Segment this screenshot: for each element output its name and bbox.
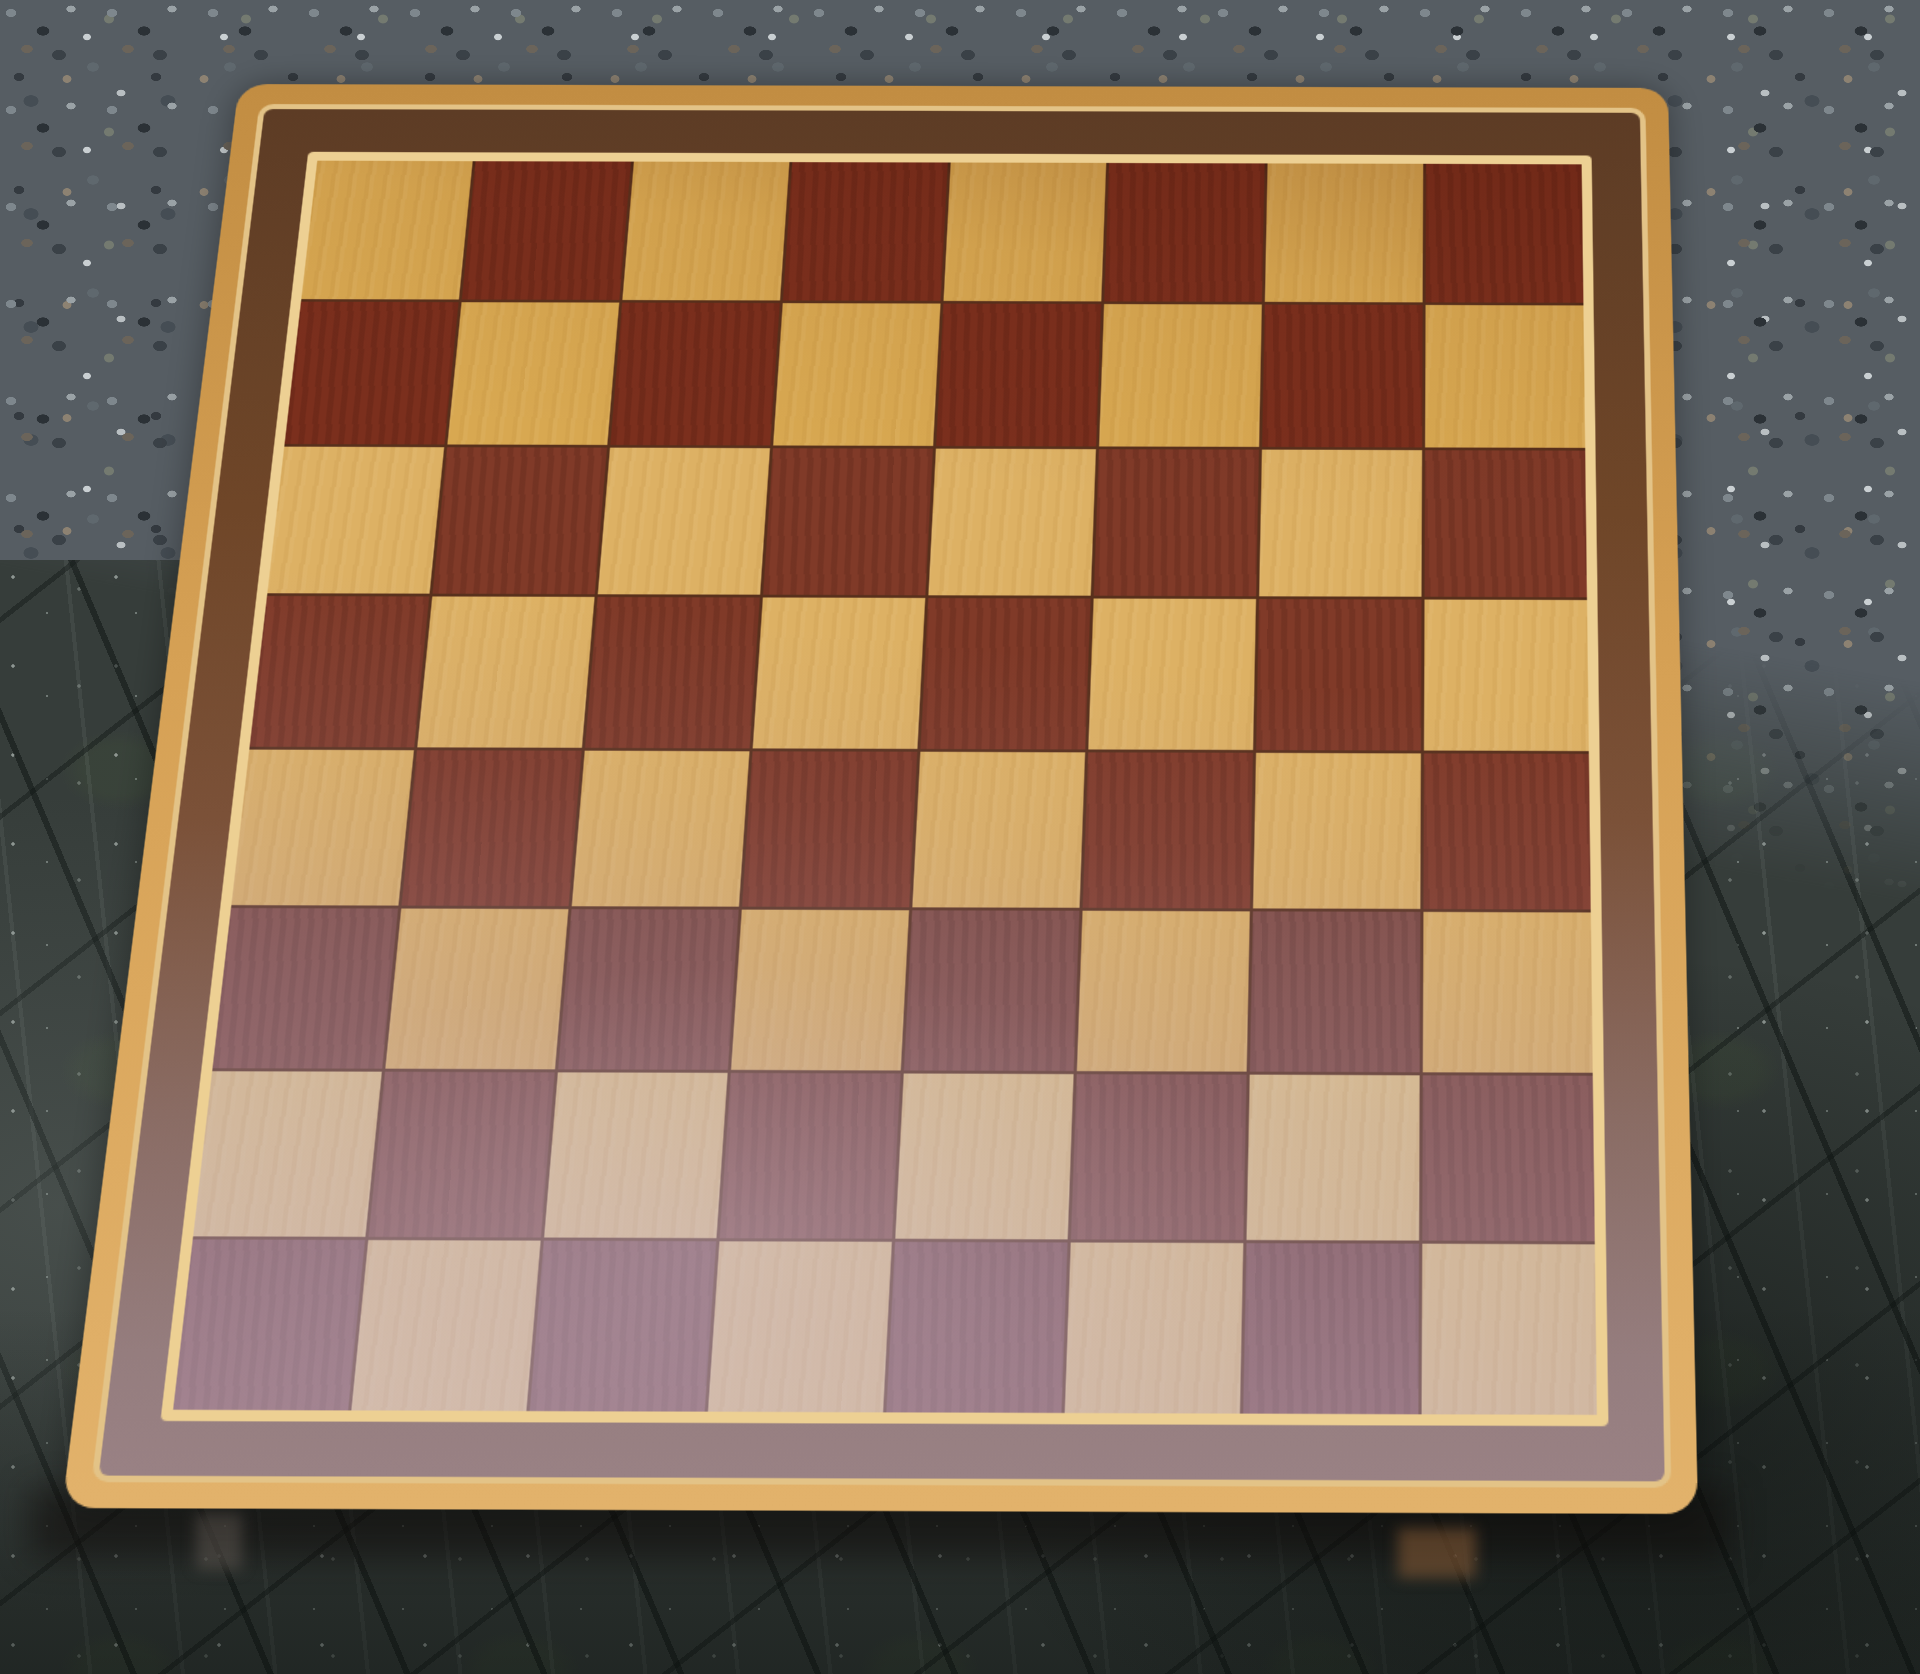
square-f6[interactable] xyxy=(1094,449,1259,596)
square-f3[interactable] xyxy=(1077,911,1250,1072)
photo-scene xyxy=(0,0,1920,1674)
square-g3[interactable] xyxy=(1250,911,1420,1072)
square-d3[interactable] xyxy=(731,910,909,1071)
square-f5[interactable] xyxy=(1088,599,1256,751)
square-d6[interactable] xyxy=(763,448,933,595)
square-c4[interactable] xyxy=(572,751,750,907)
square-b8[interactable] xyxy=(462,161,631,300)
square-a8[interactable] xyxy=(301,161,472,300)
table-leg-right xyxy=(1398,1528,1476,1578)
square-g7[interactable] xyxy=(1262,304,1423,447)
board-field xyxy=(173,161,1597,1415)
chess-table-top xyxy=(62,84,1698,1514)
square-b1[interactable] xyxy=(351,1240,540,1411)
walnut-frame-band xyxy=(99,109,1665,1481)
square-f2[interactable] xyxy=(1071,1074,1247,1240)
square-b3[interactable] xyxy=(385,909,568,1070)
square-h7[interactable] xyxy=(1425,305,1585,448)
square-c6[interactable] xyxy=(598,448,770,595)
square-e8[interactable] xyxy=(944,163,1107,302)
square-a2[interactable] xyxy=(193,1071,382,1237)
square-g1[interactable] xyxy=(1243,1243,1419,1414)
square-h2[interactable] xyxy=(1422,1075,1595,1241)
square-h8[interactable] xyxy=(1426,164,1584,303)
square-c5[interactable] xyxy=(585,597,760,748)
square-d5[interactable] xyxy=(753,597,926,748)
square-e3[interactable] xyxy=(904,910,1080,1071)
square-d8[interactable] xyxy=(783,162,948,301)
square-a5[interactable] xyxy=(250,596,430,747)
square-h6[interactable] xyxy=(1425,450,1587,597)
square-b5[interactable] xyxy=(417,596,594,747)
square-c3[interactable] xyxy=(558,909,739,1070)
square-e7[interactable] xyxy=(936,304,1101,447)
square-d7[interactable] xyxy=(773,303,940,446)
square-b4[interactable] xyxy=(402,750,582,906)
square-h4[interactable] xyxy=(1423,753,1590,909)
square-d2[interactable] xyxy=(720,1073,901,1239)
square-d1[interactable] xyxy=(708,1241,892,1412)
square-f4[interactable] xyxy=(1083,752,1253,908)
square-c8[interactable] xyxy=(622,162,789,301)
square-c2[interactable] xyxy=(544,1072,728,1238)
square-g6[interactable] xyxy=(1259,450,1422,597)
table-leg-left xyxy=(196,1512,242,1570)
square-e1[interactable] xyxy=(886,1242,1067,1413)
square-e5[interactable] xyxy=(920,598,1090,749)
square-f8[interactable] xyxy=(1104,163,1264,302)
square-e2[interactable] xyxy=(895,1074,1073,1240)
square-g2[interactable] xyxy=(1247,1075,1420,1241)
square-a4[interactable] xyxy=(231,750,414,906)
square-a6[interactable] xyxy=(267,447,444,594)
square-b7[interactable] xyxy=(447,302,619,445)
square-a3[interactable] xyxy=(213,908,399,1069)
square-h5[interactable] xyxy=(1424,600,1589,752)
square-e4[interactable] xyxy=(912,752,1085,908)
square-b2[interactable] xyxy=(369,1072,555,1238)
square-f7[interactable] xyxy=(1099,304,1262,447)
square-e6[interactable] xyxy=(928,449,1096,596)
square-f1[interactable] xyxy=(1065,1242,1244,1413)
square-a1[interactable] xyxy=(173,1239,365,1410)
square-g5[interactable] xyxy=(1256,599,1421,751)
square-d4[interactable] xyxy=(742,751,917,907)
cream-pinstripe-inlay xyxy=(160,152,1608,1426)
outer-inlay-line xyxy=(91,104,1671,1488)
square-b6[interactable] xyxy=(433,447,608,594)
square-g8[interactable] xyxy=(1265,163,1423,302)
square-g4[interactable] xyxy=(1253,753,1421,909)
square-h3[interactable] xyxy=(1423,912,1593,1073)
square-a7[interactable] xyxy=(285,302,459,445)
square-c1[interactable] xyxy=(530,1241,717,1412)
square-h1[interactable] xyxy=(1422,1244,1597,1415)
square-c7[interactable] xyxy=(610,303,780,446)
